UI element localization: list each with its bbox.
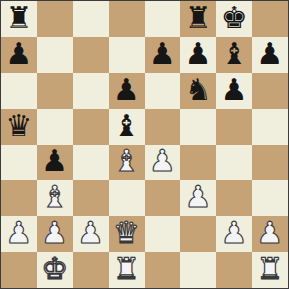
piece-white-bishop: ♝ bbox=[41, 182, 68, 212]
piece-black-pawn: ♟ bbox=[257, 39, 284, 69]
piece-white-pawn: ♟ bbox=[77, 218, 104, 248]
square-g5[interactable] bbox=[216, 109, 252, 145]
square-d4[interactable]: ♝ bbox=[109, 145, 145, 181]
square-b5[interactable] bbox=[37, 109, 73, 145]
piece-black-knight: ♞ bbox=[185, 75, 212, 105]
square-h4[interactable] bbox=[252, 145, 288, 181]
square-f5[interactable] bbox=[180, 109, 216, 145]
piece-white-pawn: ♟ bbox=[257, 218, 284, 248]
square-b6[interactable] bbox=[37, 73, 73, 109]
square-c6[interactable] bbox=[73, 73, 109, 109]
piece-white-king: ♚ bbox=[41, 254, 68, 284]
square-a5[interactable]: ♛ bbox=[1, 109, 37, 145]
square-e3[interactable] bbox=[145, 180, 181, 216]
square-h8[interactable] bbox=[252, 1, 288, 37]
square-c7[interactable] bbox=[73, 37, 109, 73]
piece-black-king: ♚ bbox=[221, 3, 248, 33]
chess-board-frame: ♜♜♚♟♟♟♝♟♟♞♟♛♝♟♝♟♝♟♟♟♟♛♟♟♚♜♜ bbox=[0, 0, 289, 289]
square-d1[interactable]: ♜ bbox=[109, 252, 145, 288]
square-g1[interactable] bbox=[216, 252, 252, 288]
square-e6[interactable] bbox=[145, 73, 181, 109]
square-e1[interactable] bbox=[145, 252, 181, 288]
square-e7[interactable]: ♟ bbox=[145, 37, 181, 73]
piece-black-bishop: ♝ bbox=[221, 39, 248, 69]
piece-black-pawn: ♟ bbox=[5, 39, 32, 69]
square-h5[interactable] bbox=[252, 109, 288, 145]
square-a7[interactable]: ♟ bbox=[1, 37, 37, 73]
square-c1[interactable] bbox=[73, 252, 109, 288]
square-c2[interactable]: ♟ bbox=[73, 216, 109, 252]
square-f3[interactable]: ♟ bbox=[180, 180, 216, 216]
piece-white-pawn: ♟ bbox=[221, 218, 248, 248]
square-g6[interactable]: ♟ bbox=[216, 73, 252, 109]
piece-black-queen: ♛ bbox=[5, 111, 32, 141]
square-g4[interactable] bbox=[216, 145, 252, 181]
square-e5[interactable] bbox=[145, 109, 181, 145]
square-b8[interactable] bbox=[37, 1, 73, 37]
square-d2[interactable]: ♛ bbox=[109, 216, 145, 252]
piece-black-bishop: ♝ bbox=[113, 111, 140, 141]
square-a2[interactable]: ♟ bbox=[1, 216, 37, 252]
square-h7[interactable]: ♟ bbox=[252, 37, 288, 73]
square-h6[interactable] bbox=[252, 73, 288, 109]
piece-white-pawn: ♟ bbox=[5, 218, 32, 248]
square-c3[interactable] bbox=[73, 180, 109, 216]
square-e4[interactable]: ♟ bbox=[145, 145, 181, 181]
square-d5[interactable]: ♝ bbox=[109, 109, 145, 145]
square-f6[interactable]: ♞ bbox=[180, 73, 216, 109]
square-f1[interactable] bbox=[180, 252, 216, 288]
square-b1[interactable]: ♚ bbox=[37, 252, 73, 288]
piece-white-pawn: ♟ bbox=[41, 218, 68, 248]
square-b7[interactable] bbox=[37, 37, 73, 73]
square-g8[interactable]: ♚ bbox=[216, 1, 252, 37]
piece-white-rook: ♜ bbox=[113, 254, 140, 284]
piece-white-bishop: ♝ bbox=[113, 146, 140, 176]
square-f4[interactable] bbox=[180, 145, 216, 181]
piece-black-pawn: ♟ bbox=[185, 39, 212, 69]
square-c4[interactable] bbox=[73, 145, 109, 181]
piece-white-pawn: ♟ bbox=[149, 146, 176, 176]
chess-board: ♜♜♚♟♟♟♝♟♟♞♟♛♝♟♝♟♝♟♟♟♟♛♟♟♚♜♜ bbox=[1, 1, 288, 288]
square-h3[interactable] bbox=[252, 180, 288, 216]
square-f7[interactable]: ♟ bbox=[180, 37, 216, 73]
piece-white-pawn: ♟ bbox=[185, 182, 212, 212]
square-d6[interactable]: ♟ bbox=[109, 73, 145, 109]
square-h2[interactable]: ♟ bbox=[252, 216, 288, 252]
square-d8[interactable] bbox=[109, 1, 145, 37]
square-g7[interactable]: ♝ bbox=[216, 37, 252, 73]
piece-black-rook: ♜ bbox=[5, 3, 32, 33]
square-b2[interactable]: ♟ bbox=[37, 216, 73, 252]
square-e8[interactable] bbox=[145, 1, 181, 37]
square-e2[interactable] bbox=[145, 216, 181, 252]
piece-white-rook: ♜ bbox=[257, 254, 284, 284]
square-g3[interactable] bbox=[216, 180, 252, 216]
square-a8[interactable]: ♜ bbox=[1, 1, 37, 37]
square-c8[interactable] bbox=[73, 1, 109, 37]
square-a1[interactable] bbox=[1, 252, 37, 288]
square-a4[interactable] bbox=[1, 145, 37, 181]
piece-black-pawn: ♟ bbox=[113, 75, 140, 105]
square-g2[interactable]: ♟ bbox=[216, 216, 252, 252]
piece-black-pawn: ♟ bbox=[221, 75, 248, 105]
square-c5[interactable] bbox=[73, 109, 109, 145]
square-d7[interactable] bbox=[109, 37, 145, 73]
square-f8[interactable]: ♜ bbox=[180, 1, 216, 37]
piece-black-pawn: ♟ bbox=[41, 146, 68, 176]
square-f2[interactable] bbox=[180, 216, 216, 252]
square-a3[interactable] bbox=[1, 180, 37, 216]
piece-white-queen: ♛ bbox=[113, 218, 140, 248]
square-b4[interactable]: ♟ bbox=[37, 145, 73, 181]
piece-black-pawn: ♟ bbox=[149, 39, 176, 69]
square-d3[interactable] bbox=[109, 180, 145, 216]
square-h1[interactable]: ♜ bbox=[252, 252, 288, 288]
piece-black-rook: ♜ bbox=[185, 3, 212, 33]
square-b3[interactable]: ♝ bbox=[37, 180, 73, 216]
square-a6[interactable] bbox=[1, 73, 37, 109]
